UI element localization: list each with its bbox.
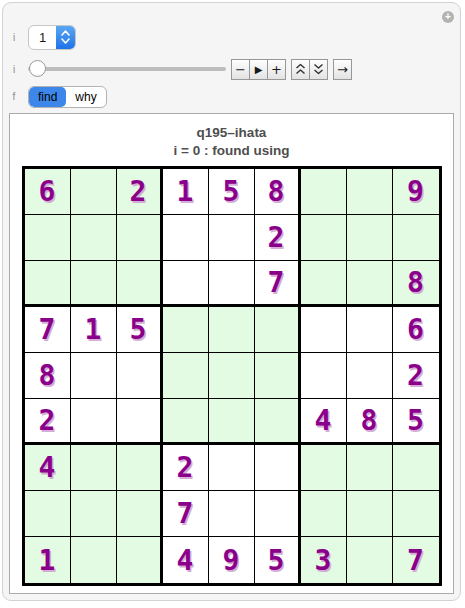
toggle-option-find[interactable]: find	[29, 87, 66, 107]
sudoku-cell-r1c6: 8	[255, 169, 301, 215]
direction-button[interactable]: →	[333, 59, 352, 80]
sudoku-cell-r6c9: 5	[393, 399, 439, 445]
direction-button-group: →	[333, 59, 352, 80]
decrement-button[interactable]: −	[231, 59, 250, 80]
sudoku-cell-r9c3	[117, 537, 163, 583]
sudoku-cell-r9c2	[71, 537, 117, 583]
sudoku-cell-r2c8	[347, 215, 393, 261]
sudoku-cell-r7c8	[347, 445, 393, 491]
sudoku-cell-r8c6	[255, 491, 301, 537]
sudoku-cell-r2c6: 2	[255, 215, 301, 261]
sudoku-cell-r4c3: 5	[117, 307, 163, 353]
double-chevron-up-icon	[295, 63, 306, 75]
sudoku-cell-r2c5	[209, 215, 255, 261]
sudoku-cell-r8c5	[209, 491, 255, 537]
sudoku-cell-r8c1	[25, 491, 71, 537]
increment-button[interactable]: +	[267, 59, 286, 80]
puzzle-subtitle: i = 0 : found using	[10, 143, 453, 158]
sudoku-cell-r1c2	[71, 169, 117, 215]
popup-row: i 1	[3, 24, 76, 50]
popup-label: i	[7, 32, 21, 43]
sudoku-cell-r7c3	[117, 445, 163, 491]
sudoku-cell-r1c3: 2	[117, 169, 163, 215]
slider-track[interactable]	[28, 67, 226, 71]
sudoku-cell-r3c3	[117, 261, 163, 307]
sudoku-cell-r5c2	[71, 353, 117, 399]
sudoku-cell-r3c7	[301, 261, 347, 307]
sudoku-cell-r1c4: 1	[163, 169, 209, 215]
sudoku-cell-r8c7	[301, 491, 347, 537]
sudoku-cell-r6c1: 2	[25, 399, 71, 445]
sudoku-cell-r1c8	[347, 169, 393, 215]
sudoku-cell-r3c6: 7	[255, 261, 301, 307]
popup-value: 1	[29, 26, 56, 49]
sudoku-cell-r7c7	[301, 445, 347, 491]
sudoku-cell-r2c3	[117, 215, 163, 261]
sudoku-cell-r9c5: 9	[209, 537, 255, 583]
sudoku-cell-r9c6: 5	[255, 537, 301, 583]
sudoku-cell-r9c1: 1	[25, 537, 71, 583]
chevron-down-icon	[61, 38, 70, 44]
step-button-group: − ▶ +	[231, 59, 286, 80]
sudoku-cell-r6c6	[255, 399, 301, 445]
sudoku-cell-r6c3	[117, 399, 163, 445]
sudoku-cell-r4c8	[347, 307, 393, 353]
sudoku-cell-r8c9	[393, 491, 439, 537]
sudoku-cell-r5c6	[255, 353, 301, 399]
slider-row: i − ▶ +	[3, 58, 352, 80]
double-chevron-down-icon	[313, 63, 324, 75]
sudoku-cell-r8c8	[347, 491, 393, 537]
sudoku-cell-r2c7	[301, 215, 347, 261]
sudoku-cell-r4c1: 7	[25, 307, 71, 353]
sudoku-cell-r3c5	[209, 261, 255, 307]
board-pane: q195–ihata i = 0 : found using 621589278…	[9, 113, 454, 594]
sudoku-cell-r9c7: 3	[301, 537, 347, 583]
slider-thumb[interactable]	[29, 60, 46, 77]
toggle-label: f	[7, 91, 21, 102]
sudoku-grid: 6215892787156822485427149537	[22, 166, 442, 586]
chevron-up-icon	[61, 30, 70, 36]
manipulate-window: + i 1 i	[0, 0, 465, 608]
i-popup-menu[interactable]: 1	[28, 25, 76, 50]
sudoku-cell-r5c5	[209, 353, 255, 399]
sudoku-cell-r3c9: 8	[393, 261, 439, 307]
sudoku-cell-r4c4	[163, 307, 209, 353]
sudoku-cell-r5c8	[347, 353, 393, 399]
sudoku-cell-r8c3	[117, 491, 163, 537]
toggle-row: f find why	[3, 85, 107, 108]
sudoku-cell-r3c4	[163, 261, 209, 307]
slider-label: i	[7, 64, 21, 75]
sudoku-cell-r6c5	[209, 399, 255, 445]
sudoku-cell-r4c2: 1	[71, 307, 117, 353]
sudoku-cell-r7c6	[255, 445, 301, 491]
sudoku-cell-r5c1: 8	[25, 353, 71, 399]
slower-button[interactable]	[309, 59, 328, 80]
sudoku-cell-r8c4: 7	[163, 491, 209, 537]
sudoku-cell-r6c4	[163, 399, 209, 445]
faster-button[interactable]	[291, 59, 310, 80]
i-slider[interactable]	[28, 59, 226, 79]
toggle-option-why[interactable]: why	[66, 87, 105, 107]
sudoku-cell-r7c4: 2	[163, 445, 209, 491]
sudoku-cell-r5c4	[163, 353, 209, 399]
speed-button-group	[291, 59, 328, 80]
sudoku-cell-r5c3	[117, 353, 163, 399]
sudoku-cell-r2c9	[393, 215, 439, 261]
sudoku-cell-r5c7	[301, 353, 347, 399]
sudoku-cell-r7c9	[393, 445, 439, 491]
sudoku-cell-r4c9: 6	[393, 307, 439, 353]
sudoku-cell-r7c5	[209, 445, 255, 491]
sudoku-cell-r9c8	[347, 537, 393, 583]
sudoku-cell-r3c2	[71, 261, 117, 307]
play-button[interactable]: ▶	[249, 59, 268, 80]
sudoku-cell-r2c4	[163, 215, 209, 261]
popup-stepper-icon[interactable]	[56, 26, 75, 49]
f-toggle-group: find why	[28, 86, 107, 108]
sudoku-cell-r6c7: 4	[301, 399, 347, 445]
sudoku-cell-r8c2	[71, 491, 117, 537]
sudoku-cell-r1c1: 6	[25, 169, 71, 215]
sudoku-cell-r4c5	[209, 307, 255, 353]
sudoku-cell-r1c9: 9	[393, 169, 439, 215]
sudoku-cell-r2c1	[25, 215, 71, 261]
sudoku-cell-r6c2	[71, 399, 117, 445]
sudoku-cell-r7c2	[71, 445, 117, 491]
sudoku-cell-r9c9: 7	[393, 537, 439, 583]
sudoku-cell-r6c8: 8	[347, 399, 393, 445]
sudoku-cell-r1c7	[301, 169, 347, 215]
sudoku-cell-r4c6	[255, 307, 301, 353]
puzzle-title: q195–ihata	[10, 125, 453, 140]
sudoku-cell-r3c1	[25, 261, 71, 307]
sudoku-cell-r4c7	[301, 307, 347, 353]
sudoku-cell-r3c8	[347, 261, 393, 307]
sudoku-cell-r5c9: 2	[393, 353, 439, 399]
manipulate-panel: + i 1 i	[2, 2, 461, 601]
sudoku-cell-r1c5: 5	[209, 169, 255, 215]
sudoku-cell-r2c2	[71, 215, 117, 261]
sudoku-cell-r9c4: 4	[163, 537, 209, 583]
expand-controls-icon[interactable]: +	[442, 11, 454, 23]
sudoku-cell-r7c1: 4	[25, 445, 71, 491]
